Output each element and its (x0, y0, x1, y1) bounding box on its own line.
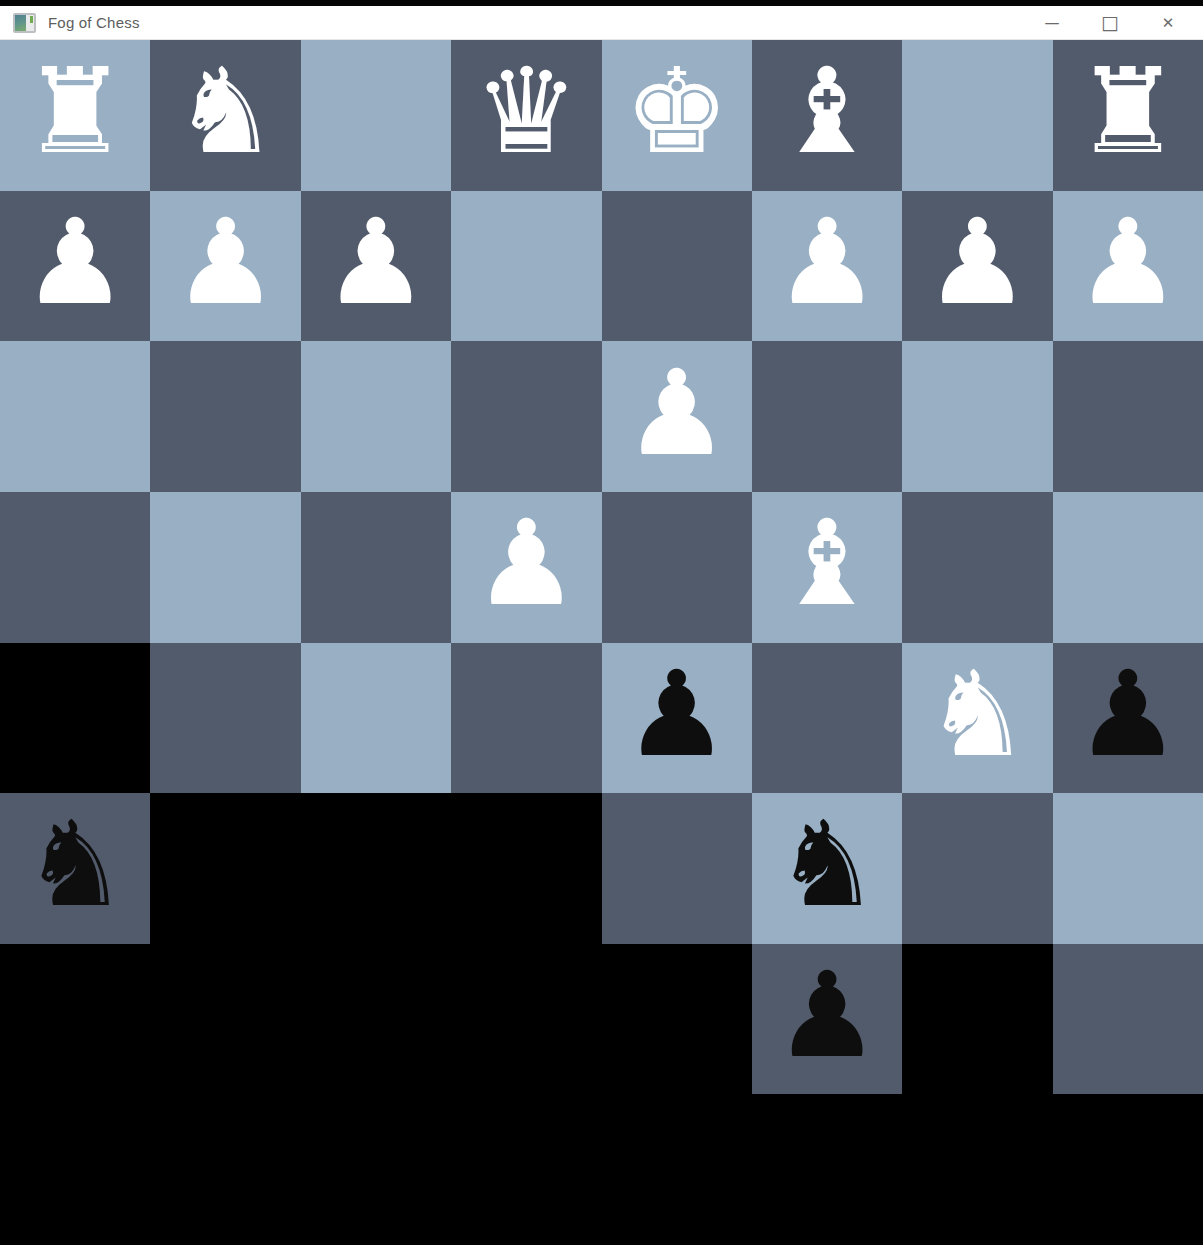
square-f3[interactable] (752, 341, 902, 492)
piece-wR-h1: ♜ (1075, 52, 1181, 170)
piece-wP-h2: ♟ (1075, 203, 1181, 321)
app-window: Fog of Chess — □ ✕ ♜♞♛♚♝♜♟♟♟♟♟♟♟♟♝♟♞♟♞♞♟ (0, 0, 1203, 1245)
square-f1[interactable]: ♝ (752, 40, 902, 191)
app-icon-picture (15, 15, 26, 31)
fog-square-e7[interactable] (602, 944, 752, 1095)
square-b2[interactable]: ♟ (150, 191, 300, 342)
maximize-button[interactable]: □ (1081, 5, 1139, 40)
square-g3[interactable] (902, 341, 1052, 492)
square-a2[interactable]: ♟ (0, 191, 150, 342)
piece-wB-f1: ♝ (774, 52, 880, 170)
fog-square-d6[interactable] (451, 793, 601, 944)
piece-bN-f6: ♞ (774, 805, 880, 923)
window-controls: — □ ✕ (1023, 6, 1203, 39)
fog-square-b6[interactable] (150, 793, 300, 944)
fog-square-d7[interactable] (451, 944, 601, 1095)
square-e2[interactable] (602, 191, 752, 342)
square-c3[interactable] (301, 341, 451, 492)
piece-bN-a6: ♞ (22, 805, 128, 923)
maximize-icon: □ (1101, 11, 1119, 33)
chess-board: ♜♞♛♚♝♜♟♟♟♟♟♟♟♟♝♟♞♟♞♞♟ (0, 40, 1203, 1245)
titlebar: Fog of Chess — □ ✕ (0, 6, 1203, 40)
fog-square-b7[interactable] (150, 944, 300, 1095)
square-h1[interactable]: ♜ (1053, 40, 1203, 191)
piece-wQ-d1: ♛ (473, 52, 579, 170)
fog-square-f8[interactable] (752, 1094, 902, 1245)
fog-square-e8[interactable] (602, 1094, 752, 1245)
fog-square-c8[interactable] (301, 1094, 451, 1245)
square-d3[interactable] (451, 341, 601, 492)
square-d1[interactable]: ♛ (451, 40, 601, 191)
piece-wN-b1: ♞ (173, 52, 279, 170)
square-g6[interactable] (902, 793, 1052, 944)
square-c2[interactable]: ♟ (301, 191, 451, 342)
fog-square-a7[interactable] (0, 944, 150, 1095)
square-a1[interactable]: ♜ (0, 40, 150, 191)
piece-wP-f2: ♟ (774, 203, 880, 321)
square-d5[interactable] (451, 643, 601, 794)
square-h4[interactable] (1053, 492, 1203, 643)
piece-wP-a2: ♟ (22, 203, 128, 321)
square-d2[interactable] (451, 191, 601, 342)
close-button[interactable]: ✕ (1139, 6, 1197, 39)
square-b4[interactable] (150, 492, 300, 643)
square-h7[interactable] (1053, 944, 1203, 1095)
square-a4[interactable] (0, 492, 150, 643)
window-title: Fog of Chess (48, 14, 140, 31)
fog-square-g7[interactable] (902, 944, 1052, 1095)
square-e3[interactable]: ♟ (602, 341, 752, 492)
square-e4[interactable] (602, 492, 752, 643)
minimize-icon: — (1045, 14, 1060, 32)
square-b3[interactable] (150, 341, 300, 492)
piece-wP-e3: ♟ (624, 354, 730, 472)
piece-bP-e5: ♟ (624, 655, 730, 773)
fog-square-a5[interactable] (0, 643, 150, 794)
piece-wP-b2: ♟ (173, 203, 279, 321)
square-f5[interactable] (752, 643, 902, 794)
square-h2[interactable]: ♟ (1053, 191, 1203, 342)
square-b1[interactable]: ♞ (150, 40, 300, 191)
fog-square-b8[interactable] (150, 1094, 300, 1245)
square-h3[interactable] (1053, 341, 1203, 492)
piece-wP-g2: ♟ (925, 203, 1031, 321)
minimize-button[interactable]: — (1023, 6, 1081, 39)
piece-wB-f4: ♝ (774, 504, 880, 622)
square-g1[interactable] (902, 40, 1052, 191)
square-d4[interactable]: ♟ (451, 492, 601, 643)
close-icon: ✕ (1162, 14, 1175, 32)
square-e6[interactable] (602, 793, 752, 944)
square-e5[interactable]: ♟ (602, 643, 752, 794)
square-f2[interactable]: ♟ (752, 191, 902, 342)
fog-square-c6[interactable] (301, 793, 451, 944)
piece-wN-g5: ♞ (925, 655, 1031, 773)
square-h6[interactable] (1053, 793, 1203, 944)
fog-square-a8[interactable] (0, 1094, 150, 1245)
piece-wR-a1: ♜ (22, 52, 128, 170)
app-icon (13, 13, 36, 33)
square-c1[interactable] (301, 40, 451, 191)
square-g2[interactable]: ♟ (902, 191, 1052, 342)
square-a6[interactable]: ♞ (0, 793, 150, 944)
piece-wP-c2: ♟ (323, 203, 429, 321)
square-e1[interactable]: ♚ (602, 40, 752, 191)
square-f6[interactable]: ♞ (752, 793, 902, 944)
square-g4[interactable] (902, 492, 1052, 643)
piece-wK-e1: ♚ (624, 52, 730, 170)
square-c4[interactable] (301, 492, 451, 643)
app-icon-strip (26, 15, 34, 31)
fog-square-h8[interactable] (1053, 1094, 1203, 1245)
square-f4[interactable]: ♝ (752, 492, 902, 643)
square-c5[interactable] (301, 643, 451, 794)
piece-bP-h5: ♟ (1075, 655, 1181, 773)
square-h5[interactable]: ♟ (1053, 643, 1203, 794)
fog-square-c7[interactable] (301, 944, 451, 1095)
fog-square-g8[interactable] (902, 1094, 1052, 1245)
fog-square-d8[interactable] (451, 1094, 601, 1245)
square-g5[interactable]: ♞ (902, 643, 1052, 794)
square-f7[interactable]: ♟ (752, 944, 902, 1095)
square-a3[interactable] (0, 341, 150, 492)
piece-bP-f7: ♟ (774, 956, 880, 1074)
square-b5[interactable] (150, 643, 300, 794)
piece-wP-d4: ♟ (473, 504, 579, 622)
